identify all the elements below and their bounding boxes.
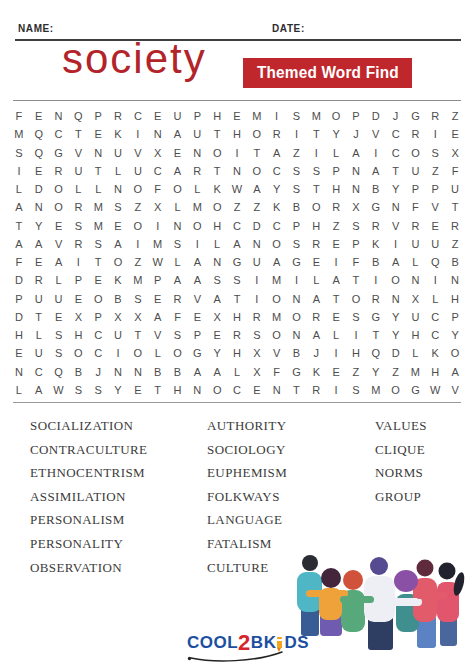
grid-cell[interactable]: N	[187, 381, 207, 399]
grid-cell[interactable]: Q	[68, 107, 88, 125]
grid-cell[interactable]: N	[287, 326, 307, 344]
grid-cell[interactable]: W	[227, 180, 247, 198]
grid-cell[interactable]: K	[267, 198, 287, 216]
grid-cell[interactable]: B	[168, 363, 188, 381]
grid-cell[interactable]: I	[247, 290, 267, 308]
grid-cell[interactable]: Q	[425, 253, 445, 271]
grid-cell[interactable]: C	[88, 326, 108, 344]
grid-cell[interactable]: O	[267, 290, 287, 308]
word-list-item[interactable]: NORMS	[375, 461, 427, 485]
grid-cell[interactable]: O	[247, 125, 267, 143]
grid-cell[interactable]: Y	[366, 363, 386, 381]
grid-cell[interactable]: P	[445, 308, 465, 326]
grid-cell[interactable]: F	[9, 253, 29, 271]
grid-cell[interactable]: T	[88, 162, 108, 180]
grid-cell[interactable]: R	[267, 125, 287, 143]
grid-cell[interactable]: S	[168, 235, 188, 253]
grid-cell[interactable]: P	[88, 107, 108, 125]
grid-cell[interactable]: O	[168, 344, 188, 362]
grid-cell[interactable]: M	[406, 363, 426, 381]
grid-cell[interactable]: E	[88, 125, 108, 143]
grid-cell[interactable]: T	[68, 125, 88, 143]
grid-cell[interactable]: L	[168, 198, 188, 216]
grid-cell[interactable]: X	[406, 290, 426, 308]
grid-cell[interactable]: T	[346, 271, 366, 289]
grid-cell[interactable]: A	[445, 363, 465, 381]
grid-cell[interactable]: L	[49, 271, 69, 289]
grid-cell[interactable]: H	[227, 308, 247, 326]
grid-cell[interactable]: J	[88, 363, 108, 381]
grid-cell[interactable]: R	[187, 162, 207, 180]
grid-cell[interactable]: E	[148, 290, 168, 308]
grid-cell[interactable]: A	[386, 253, 406, 271]
grid-cell[interactable]: A	[227, 235, 247, 253]
grid-cell[interactable]: S	[88, 381, 108, 399]
grid-cell[interactable]: Z	[445, 107, 465, 125]
grid-cell[interactable]: C	[128, 107, 148, 125]
grid-cell[interactable]: L	[406, 253, 426, 271]
grid-cell[interactable]: O	[128, 180, 148, 198]
grid-cell[interactable]: Z	[425, 162, 445, 180]
grid-cell[interactable]: O	[306, 198, 326, 216]
grid-cell[interactable]: B	[366, 253, 386, 271]
grid-cell[interactable]: L	[326, 326, 346, 344]
grid-cell[interactable]: R	[68, 235, 88, 253]
grid-cell[interactable]: I	[346, 326, 366, 344]
grid-cell[interactable]: U	[29, 290, 49, 308]
grid-cell[interactable]: V	[68, 144, 88, 162]
grid-cell[interactable]: N	[386, 198, 406, 216]
grid-cell[interactable]: H	[207, 217, 227, 235]
grid-cell[interactable]: N	[207, 253, 227, 271]
grid-cell[interactable]: W	[49, 381, 69, 399]
grid-cell[interactable]: H	[227, 344, 247, 362]
grid-cell[interactable]: M	[88, 198, 108, 216]
grid-cell[interactable]: M	[187, 198, 207, 216]
grid-cell[interactable]: S	[247, 326, 267, 344]
grid-cell[interactable]: Y	[207, 344, 227, 362]
grid-cell[interactable]: O	[207, 144, 227, 162]
grid-cell[interactable]: H	[326, 180, 346, 198]
grid-cell[interactable]: M	[148, 235, 168, 253]
grid-cell[interactable]: Z	[128, 253, 148, 271]
grid-cell[interactable]: V	[445, 381, 465, 399]
grid-cell[interactable]: N	[445, 271, 465, 289]
grid-cell[interactable]: F	[445, 162, 465, 180]
grid-cell[interactable]: I	[267, 107, 287, 125]
grid-cell[interactable]: T	[386, 162, 406, 180]
grid-cell[interactable]: A	[108, 235, 128, 253]
grid-cell[interactable]: V	[386, 217, 406, 235]
grid-cell[interactable]: L	[425, 290, 445, 308]
grid-cell[interactable]: N	[168, 217, 188, 235]
grid-cell[interactable]: H	[425, 363, 445, 381]
grid-cell[interactable]: A	[187, 363, 207, 381]
grid-cell[interactable]: R	[425, 107, 445, 125]
grid-cell[interactable]: U	[128, 162, 148, 180]
grid-cell[interactable]: N	[49, 107, 69, 125]
grid-cell[interactable]: R	[445, 217, 465, 235]
grid-cell[interactable]: S	[49, 344, 69, 362]
grid-cell[interactable]: X	[148, 144, 168, 162]
grid-cell[interactable]: E	[187, 308, 207, 326]
grid-cell[interactable]: S	[9, 144, 29, 162]
grid-cell[interactable]: X	[207, 308, 227, 326]
grid-cell[interactable]: A	[9, 198, 29, 216]
grid-cell[interactable]: H	[346, 344, 366, 362]
grid-cell[interactable]: L	[9, 381, 29, 399]
grid-cell[interactable]: S	[287, 107, 307, 125]
grid-cell[interactable]: B	[287, 198, 307, 216]
grid-cell[interactable]: R	[306, 381, 326, 399]
grid-cell[interactable]: P	[187, 107, 207, 125]
grid-cell[interactable]: Q	[49, 363, 69, 381]
grid-cell[interactable]: V	[148, 326, 168, 344]
grid-cell[interactable]: E	[168, 144, 188, 162]
grid-cell[interactable]: Y	[386, 326, 406, 344]
grid-cell[interactable]: S	[287, 235, 307, 253]
grid-cell[interactable]: S	[425, 144, 445, 162]
grid-cell[interactable]: P	[68, 271, 88, 289]
grid-cell[interactable]: I	[108, 344, 128, 362]
grid-cell[interactable]: T	[306, 180, 326, 198]
grid-cell[interactable]: S	[346, 217, 366, 235]
grid-cell[interactable]: A	[267, 253, 287, 271]
grid-cell[interactable]: A	[346, 144, 366, 162]
grid-cell[interactable]: Z	[326, 217, 346, 235]
grid-cell[interactable]: S	[346, 308, 366, 326]
grid-cell[interactable]: N	[128, 363, 148, 381]
grid-cell[interactable]: P	[346, 107, 366, 125]
grid-cell[interactable]: P	[346, 235, 366, 253]
grid-cell[interactable]: P	[326, 162, 346, 180]
grid-cell[interactable]: I	[187, 235, 207, 253]
grid-cell[interactable]: O	[108, 253, 128, 271]
grid-cell[interactable]: N	[227, 162, 247, 180]
word-list-item[interactable]: ETHNOCENTRISM	[30, 461, 147, 485]
grid-cell[interactable]: U	[187, 125, 207, 143]
grid-cell[interactable]: G	[49, 144, 69, 162]
grid-cell[interactable]: Q	[366, 344, 386, 362]
grid-cell[interactable]: M	[267, 308, 287, 326]
grid-cell[interactable]: Y	[386, 308, 406, 326]
grid-cell[interactable]: E	[425, 217, 445, 235]
grid-cell[interactable]: E	[108, 217, 128, 235]
grid-cell[interactable]: L	[326, 144, 346, 162]
grid-cell[interactable]: R	[168, 290, 188, 308]
grid-cell[interactable]: A	[247, 180, 267, 198]
grid-cell[interactable]: O	[128, 344, 148, 362]
grid-cell[interactable]: E	[148, 107, 168, 125]
grid-cell[interactable]: P	[187, 326, 207, 344]
grid-cell[interactable]: R	[247, 308, 267, 326]
word-list-item[interactable]: SOCIALIZATION	[30, 414, 147, 438]
grid-cell[interactable]: I	[425, 271, 445, 289]
grid-cell[interactable]: Z	[287, 144, 307, 162]
grid-cell[interactable]: Y	[386, 180, 406, 198]
grid-cell[interactable]: T	[326, 290, 346, 308]
grid-cell[interactable]: V	[187, 290, 207, 308]
grid-cell[interactable]: T	[128, 326, 148, 344]
grid-cell[interactable]: X	[445, 144, 465, 162]
grid-cell[interactable]: W	[148, 253, 168, 271]
grid-cell[interactable]: P	[287, 217, 307, 235]
grid-cell[interactable]: I	[227, 144, 247, 162]
grid-cell[interactable]: I	[128, 125, 148, 143]
grid-cell[interactable]: I	[366, 144, 386, 162]
grid-cell[interactable]: B	[287, 344, 307, 362]
grid-cell[interactable]: O	[267, 235, 287, 253]
grid-cell[interactable]: C	[425, 326, 445, 344]
grid-cell[interactable]: L	[168, 253, 188, 271]
grid-cell[interactable]: D	[386, 344, 406, 362]
grid-cell[interactable]: B	[68, 363, 88, 381]
grid-cell[interactable]: I	[326, 344, 346, 362]
grid-cell[interactable]: U	[108, 326, 128, 344]
grid-cell[interactable]: T	[148, 381, 168, 399]
grid-cell[interactable]: S	[108, 198, 128, 216]
grid-cell[interactable]: S	[207, 271, 227, 289]
grid-cell[interactable]: E	[29, 253, 49, 271]
word-list-item[interactable]: CLIQUE	[375, 438, 427, 462]
grid-cell[interactable]: P	[148, 271, 168, 289]
grid-cell[interactable]: S	[88, 235, 108, 253]
grid-cell[interactable]: U	[406, 235, 426, 253]
grid-cell[interactable]: Q	[29, 125, 49, 143]
grid-cell[interactable]: E	[207, 326, 227, 344]
grid-cell[interactable]: O	[386, 271, 406, 289]
grid-cell[interactable]: I	[148, 217, 168, 235]
grid-cell[interactable]: S	[287, 162, 307, 180]
grid-cell[interactable]: S	[128, 290, 148, 308]
grid-cell[interactable]: O	[207, 381, 227, 399]
grid-cell[interactable]: N	[108, 180, 128, 198]
grid-cell[interactable]: E	[49, 308, 69, 326]
grid-cell[interactable]: F	[346, 253, 366, 271]
grid-cell[interactable]: C	[227, 381, 247, 399]
grid-cell[interactable]: L	[108, 162, 128, 180]
grid-cell[interactable]: A	[168, 125, 188, 143]
grid-cell[interactable]: E	[128, 381, 148, 399]
grid-cell[interactable]: D	[366, 107, 386, 125]
grid-cell[interactable]: C	[386, 125, 406, 143]
grid-cell[interactable]: B	[366, 180, 386, 198]
grid-cell[interactable]: M	[267, 271, 287, 289]
word-list-item[interactable]: VALUES	[375, 414, 427, 438]
grid-cell[interactable]: T	[306, 125, 326, 143]
grid-cell[interactable]: T	[287, 381, 307, 399]
grid-cell[interactable]: H	[9, 326, 29, 344]
grid-cell[interactable]: E	[88, 271, 108, 289]
grid-cell[interactable]: L	[148, 344, 168, 362]
grid-cell[interactable]: N	[406, 271, 426, 289]
grid-cell[interactable]: O	[187, 217, 207, 235]
grid-cell[interactable]: E	[445, 125, 465, 143]
grid-cell[interactable]: L	[88, 180, 108, 198]
grid-cell[interactable]: U	[29, 344, 49, 362]
grid-cell[interactable]: S	[68, 217, 88, 235]
grid-cell[interactable]: M	[128, 271, 148, 289]
grid-cell[interactable]: F	[406, 198, 426, 216]
grid-cell[interactable]: H	[168, 381, 188, 399]
word-list-item[interactable]: EUPHEMISM	[207, 461, 287, 485]
word-list-item[interactable]: SOCIOLOGY	[207, 438, 287, 462]
grid-cell[interactable]: X	[247, 363, 267, 381]
grid-cell[interactable]: X	[108, 308, 128, 326]
grid-cell[interactable]: D	[29, 180, 49, 198]
word-list-item[interactable]: ASSIMILATION	[30, 485, 147, 509]
grid-cell[interactable]: I	[287, 125, 307, 143]
grid-cell[interactable]: C	[49, 125, 69, 143]
grid-cell[interactable]: N	[346, 162, 366, 180]
grid-cell[interactable]: O	[49, 198, 69, 216]
grid-cell[interactable]: Z	[346, 363, 366, 381]
grid-cell[interactable]: T	[88, 253, 108, 271]
grid-cell[interactable]: O	[386, 381, 406, 399]
grid-cell[interactable]: M	[366, 381, 386, 399]
grid-cell[interactable]: A	[29, 381, 49, 399]
grid-cell[interactable]: H	[227, 125, 247, 143]
grid-cell[interactable]: I	[366, 271, 386, 289]
grid-cell[interactable]: A	[187, 271, 207, 289]
grid-cell[interactable]: U	[108, 144, 128, 162]
grid-cell[interactable]: E	[49, 217, 69, 235]
grid-cell[interactable]: I	[9, 162, 29, 180]
grid-cell[interactable]: U	[406, 308, 426, 326]
word-list-item[interactable]: GROUP	[375, 485, 427, 509]
grid-cell[interactable]: R	[227, 326, 247, 344]
grid-cell[interactable]: A	[148, 308, 168, 326]
grid-cell[interactable]: O	[168, 180, 188, 198]
grid-cell[interactable]: H	[68, 326, 88, 344]
grid-cell[interactable]: Z	[386, 363, 406, 381]
grid-cell[interactable]: Z	[227, 198, 247, 216]
grid-cell[interactable]: N	[346, 180, 366, 198]
grid-cell[interactable]: G	[287, 253, 307, 271]
word-list-item[interactable]: LANGUAGE	[207, 508, 287, 532]
grid-cell[interactable]: A	[326, 271, 346, 289]
grid-cell[interactable]: L	[406, 344, 426, 362]
grid-cell[interactable]: N	[386, 290, 406, 308]
grid-cell[interactable]: P	[425, 180, 445, 198]
grid-cell[interactable]: O	[326, 107, 346, 125]
grid-cell[interactable]: J	[306, 344, 326, 362]
grid-cell[interactable]: O	[49, 180, 69, 198]
grid-cell[interactable]: S	[346, 381, 366, 399]
grid-cell[interactable]: I	[386, 235, 406, 253]
grid-cell[interactable]: I	[247, 271, 267, 289]
grid-cell[interactable]: Y	[267, 180, 287, 198]
grid-cell[interactable]: R	[366, 217, 386, 235]
grid-cell[interactable]: I	[287, 271, 307, 289]
grid-cell[interactable]: E	[326, 308, 346, 326]
grid-cell[interactable]: U	[445, 180, 465, 198]
grid-cell[interactable]: O	[287, 308, 307, 326]
grid-cell[interactable]: N	[287, 290, 307, 308]
grid-cell[interactable]: Z	[445, 235, 465, 253]
grid-cell[interactable]: R	[49, 162, 69, 180]
grid-cell[interactable]: E	[29, 162, 49, 180]
grid-cell[interactable]: G	[366, 198, 386, 216]
grid-cell[interactable]: N	[88, 144, 108, 162]
grid-cell[interactable]: G	[406, 107, 426, 125]
grid-cell[interactable]: A	[306, 326, 326, 344]
grid-cell[interactable]: L	[207, 235, 227, 253]
grid-cell[interactable]: D	[9, 271, 29, 289]
grid-cell[interactable]: T	[207, 125, 227, 143]
grid-cell[interactable]: P	[9, 290, 29, 308]
grid-cell[interactable]: A	[207, 363, 227, 381]
grid-cell[interactable]: M	[88, 217, 108, 235]
grid-cell[interactable]: S	[49, 326, 69, 344]
grid-cell[interactable]: A	[306, 290, 326, 308]
grid-cell[interactable]: G	[187, 344, 207, 362]
grid-cell[interactable]: H	[207, 107, 227, 125]
word-list-item[interactable]: AUTHORITY	[207, 414, 287, 438]
grid-cell[interactable]: I	[326, 381, 346, 399]
grid-cell[interactable]: E	[247, 381, 267, 399]
grid-cell[interactable]: P	[88, 308, 108, 326]
grid-cell[interactable]: E	[306, 253, 326, 271]
grid-cell[interactable]: M	[9, 125, 29, 143]
grid-cell[interactable]: H	[406, 326, 426, 344]
grid-cell[interactable]: E	[227, 107, 247, 125]
grid-cell[interactable]: F	[9, 107, 29, 125]
grid-cell[interactable]: C	[267, 217, 287, 235]
grid-cell[interactable]: S	[306, 162, 326, 180]
grid-cell[interactable]: A	[187, 253, 207, 271]
grid-cell[interactable]: A	[49, 253, 69, 271]
grid-cell[interactable]: B	[148, 363, 168, 381]
grid-cell[interactable]: C	[29, 363, 49, 381]
word-list-item[interactable]: CONTRACULTURE	[30, 438, 147, 462]
grid-cell[interactable]: T	[227, 290, 247, 308]
grid-cell[interactable]: A	[168, 271, 188, 289]
grid-cell[interactable]: O	[406, 144, 426, 162]
grid-cell[interactable]: T	[247, 144, 267, 162]
grid-cell[interactable]: U	[68, 162, 88, 180]
grid-cell[interactable]: C	[386, 144, 406, 162]
grid-cell[interactable]: I	[425, 125, 445, 143]
grid-cell[interactable]: R	[29, 271, 49, 289]
grid-cell[interactable]: O	[207, 198, 227, 216]
grid-cell[interactable]: E	[9, 344, 29, 362]
grid-cell[interactable]: X	[68, 308, 88, 326]
grid-cell[interactable]: O	[128, 217, 148, 235]
grid-cell[interactable]: S	[68, 381, 88, 399]
grid-cell[interactable]: C	[267, 162, 287, 180]
grid-cell[interactable]: E	[68, 290, 88, 308]
grid-cell[interactable]: R	[366, 290, 386, 308]
grid-cell[interactable]: I	[326, 253, 346, 271]
grid-cell[interactable]: G	[227, 253, 247, 271]
grid-cell[interactable]: H	[445, 290, 465, 308]
grid-cell[interactable]: V	[49, 235, 69, 253]
grid-cell[interactable]: U	[49, 290, 69, 308]
grid-cell[interactable]: T	[366, 326, 386, 344]
grid-cell[interactable]: C	[227, 217, 247, 235]
grid-cell[interactable]: I	[306, 144, 326, 162]
grid-cell[interactable]: L	[68, 180, 88, 198]
grid-cell[interactable]: F	[148, 180, 168, 198]
grid-cell[interactable]: K	[207, 180, 227, 198]
grid-cell[interactable]: P	[406, 180, 426, 198]
grid-cell[interactable]: L	[187, 180, 207, 198]
grid-cell[interactable]: G	[287, 363, 307, 381]
grid-cell[interactable]: L	[9, 180, 29, 198]
grid-cell[interactable]: O	[68, 344, 88, 362]
grid-cell[interactable]: Q	[29, 144, 49, 162]
